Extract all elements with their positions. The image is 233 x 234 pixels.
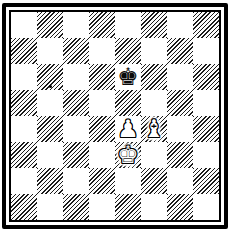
square-a5[interactable] — [11, 90, 37, 116]
square-b3[interactable] — [37, 142, 63, 168]
square-f6[interactable] — [141, 64, 167, 90]
square-b7[interactable] — [37, 38, 63, 64]
square-d1[interactable] — [89, 194, 115, 220]
square-c8[interactable] — [63, 12, 89, 38]
diagram-frame: ♚♟♝♚ — [2, 3, 228, 229]
square-g7[interactable] — [167, 38, 193, 64]
square-a4[interactable] — [11, 116, 37, 142]
square-d3[interactable] — [89, 142, 115, 168]
square-f1[interactable] — [141, 194, 167, 220]
square-h5[interactable] — [193, 90, 219, 116]
board: ♚♟♝♚ — [11, 12, 219, 220]
square-e2[interactable] — [115, 168, 141, 194]
square-b2[interactable] — [37, 168, 63, 194]
square-a8[interactable] — [11, 12, 37, 38]
square-d8[interactable] — [89, 12, 115, 38]
square-b4[interactable] — [37, 116, 63, 142]
square-f7[interactable] — [141, 38, 167, 64]
white-bishop[interactable]: ♝ — [143, 117, 165, 141]
square-d7[interactable] — [89, 38, 115, 64]
square-g2[interactable] — [167, 168, 193, 194]
square-h7[interactable] — [193, 38, 219, 64]
square-d4[interactable] — [89, 116, 115, 142]
square-g6[interactable] — [167, 64, 193, 90]
square-a3[interactable] — [11, 142, 37, 168]
square-f8[interactable] — [141, 12, 167, 38]
square-c5[interactable] — [63, 90, 89, 116]
diagram-inner-border: ♚♟♝♚ — [9, 10, 221, 222]
square-c7[interactable] — [63, 38, 89, 64]
black-king[interactable]: ♚ — [117, 65, 139, 89]
square-d5[interactable] — [89, 90, 115, 116]
square-a1[interactable] — [11, 194, 37, 220]
square-h2[interactable] — [193, 168, 219, 194]
square-c2[interactable] — [63, 168, 89, 194]
square-h4[interactable] — [193, 116, 219, 142]
square-b1[interactable] — [37, 194, 63, 220]
white-pawn[interactable]: ♟ — [117, 117, 139, 141]
square-c4[interactable] — [63, 116, 89, 142]
square-b5[interactable] — [37, 90, 63, 116]
square-e8[interactable] — [115, 12, 141, 38]
square-e4[interactable]: ♟ — [115, 116, 141, 142]
white-king[interactable]: ♚ — [117, 143, 139, 167]
square-c3[interactable] — [63, 142, 89, 168]
square-e1[interactable] — [115, 194, 141, 220]
square-h1[interactable] — [193, 194, 219, 220]
square-g8[interactable] — [167, 12, 193, 38]
square-c1[interactable] — [63, 194, 89, 220]
square-a2[interactable] — [11, 168, 37, 194]
square-g5[interactable] — [167, 90, 193, 116]
square-d6[interactable] — [89, 64, 115, 90]
square-e3[interactable]: ♚ — [115, 142, 141, 168]
square-f4[interactable]: ♝ — [141, 116, 167, 142]
square-g3[interactable] — [167, 142, 193, 168]
square-h6[interactable] — [193, 64, 219, 90]
square-h8[interactable] — [193, 12, 219, 38]
square-f2[interactable] — [141, 168, 167, 194]
square-f5[interactable] — [141, 90, 167, 116]
print-speck — [49, 85, 52, 88]
square-e6[interactable]: ♚ — [115, 64, 141, 90]
square-d2[interactable] — [89, 168, 115, 194]
square-f3[interactable] — [141, 142, 167, 168]
square-h3[interactable] — [193, 142, 219, 168]
square-a6[interactable] — [11, 64, 37, 90]
square-g4[interactable] — [167, 116, 193, 142]
square-b8[interactable] — [37, 12, 63, 38]
square-g1[interactable] — [167, 194, 193, 220]
square-c6[interactable] — [63, 64, 89, 90]
square-e7[interactable] — [115, 38, 141, 64]
square-a7[interactable] — [11, 38, 37, 64]
square-e5[interactable] — [115, 90, 141, 116]
